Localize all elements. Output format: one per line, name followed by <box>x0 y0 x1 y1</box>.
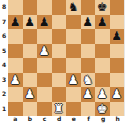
file-label-b: b <box>23 116 38 123</box>
square-g2[interactable]: ♟ <box>95 87 110 102</box>
square-d2[interactable] <box>52 87 67 102</box>
white-rook[interactable]: ♜ <box>53 103 64 115</box>
square-c2[interactable] <box>37 87 52 102</box>
square-a8[interactable] <box>8 0 23 15</box>
square-h8[interactable] <box>110 0 125 15</box>
square-f7[interactable]: ♟ <box>81 15 96 30</box>
square-a3[interactable]: ♟ <box>8 73 23 88</box>
square-c4[interactable] <box>37 58 52 73</box>
square-f8[interactable] <box>81 0 96 15</box>
white-king[interactable]: ♚ <box>97 103 108 115</box>
black-pawn[interactable]: ♟ <box>97 16 108 28</box>
file-label-f: f <box>81 116 96 123</box>
chess-board: ♞♚♟♟♟♟♟♟♟♟♟♞♟♟♟♟♜♚ <box>8 0 125 116</box>
black-king[interactable]: ♚ <box>97 1 108 13</box>
square-c1[interactable] <box>37 102 52 117</box>
square-f6[interactable] <box>81 29 96 44</box>
square-d1[interactable]: ♜ <box>52 102 67 117</box>
square-d4[interactable] <box>52 58 67 73</box>
square-e4[interactable] <box>66 58 81 73</box>
square-h1[interactable] <box>110 102 125 117</box>
square-a7[interactable]: ♟ <box>8 15 23 30</box>
square-f2[interactable]: ♟ <box>81 87 96 102</box>
square-b3[interactable] <box>23 73 38 88</box>
white-pawn[interactable]: ♟ <box>111 88 122 100</box>
white-pawn[interactable]: ♟ <box>82 88 93 100</box>
square-h3[interactable] <box>110 73 125 88</box>
file-label-e: e <box>67 116 82 123</box>
square-a2[interactable] <box>8 87 23 102</box>
square-e5[interactable] <box>66 44 81 59</box>
square-g4[interactable] <box>95 58 110 73</box>
rank-label-2: 2 <box>0 87 8 102</box>
square-f5[interactable] <box>81 44 96 59</box>
white-pawn[interactable]: ♟ <box>24 88 35 100</box>
file-label-c: c <box>37 116 52 123</box>
square-h2[interactable]: ♟ <box>110 87 125 102</box>
square-d3[interactable] <box>52 73 67 88</box>
file-label-d: d <box>52 116 67 123</box>
square-h4[interactable] <box>110 58 125 73</box>
square-b5[interactable] <box>23 44 38 59</box>
rank-label-3: 3 <box>0 73 8 88</box>
black-pawn[interactable]: ♟ <box>39 16 50 28</box>
square-f1[interactable] <box>81 102 96 117</box>
square-f4[interactable] <box>81 58 96 73</box>
square-e8[interactable]: ♞ <box>66 0 81 15</box>
file-label-h: h <box>110 116 125 123</box>
square-g5[interactable] <box>95 44 110 59</box>
square-b4[interactable] <box>23 58 38 73</box>
square-c6[interactable] <box>37 29 52 44</box>
black-pawn[interactable]: ♟ <box>111 30 122 42</box>
square-g8[interactable]: ♚ <box>95 0 110 15</box>
square-h6[interactable]: ♟ <box>110 29 125 44</box>
white-pawn[interactable]: ♟ <box>97 88 108 100</box>
rank-label-1: 1 <box>0 102 8 117</box>
square-c7[interactable]: ♟ <box>37 15 52 30</box>
file-label-a: a <box>8 116 23 123</box>
square-d5[interactable] <box>52 44 67 59</box>
black-pawn[interactable]: ♟ <box>82 16 93 28</box>
white-pawn[interactable]: ♟ <box>68 74 79 86</box>
square-a6[interactable] <box>8 29 23 44</box>
square-g1[interactable]: ♚ <box>95 102 110 117</box>
black-pawn[interactable]: ♟ <box>10 16 21 28</box>
square-e7[interactable] <box>66 15 81 30</box>
square-h5[interactable] <box>110 44 125 59</box>
square-g3[interactable] <box>95 73 110 88</box>
square-b6[interactable] <box>23 29 38 44</box>
square-e6[interactable] <box>66 29 81 44</box>
rank-labels: 87654321 <box>0 0 8 116</box>
square-e3[interactable]: ♟ <box>66 73 81 88</box>
white-pawn[interactable]: ♟ <box>39 45 50 57</box>
square-h7[interactable] <box>110 15 125 30</box>
square-c3[interactable] <box>37 73 52 88</box>
square-d8[interactable] <box>52 0 67 15</box>
black-knight[interactable]: ♞ <box>68 1 79 13</box>
square-a4[interactable] <box>8 58 23 73</box>
square-b7[interactable]: ♟ <box>23 15 38 30</box>
rank-label-6: 6 <box>0 29 8 44</box>
square-f3[interactable]: ♞ <box>81 73 96 88</box>
rank-label-8: 8 <box>0 0 8 15</box>
chess-diagram: 87654321 ♞♚♟♟♟♟♟♟♟♟♟♞♟♟♟♟♜♚ abcdefgh <box>0 0 125 123</box>
file-labels: abcdefgh <box>8 116 125 123</box>
square-e2[interactable] <box>66 87 81 102</box>
square-d7[interactable] <box>52 15 67 30</box>
white-knight[interactable]: ♞ <box>82 74 93 86</box>
square-a5[interactable] <box>8 44 23 59</box>
rank-label-4: 4 <box>0 58 8 73</box>
file-label-g: g <box>96 116 111 123</box>
square-c8[interactable] <box>37 0 52 15</box>
square-g7[interactable]: ♟ <box>95 15 110 30</box>
square-b1[interactable] <box>23 102 38 117</box>
square-c5[interactable]: ♟ <box>37 44 52 59</box>
square-a1[interactable] <box>8 102 23 117</box>
white-pawn[interactable]: ♟ <box>10 74 21 86</box>
rank-label-7: 7 <box>0 15 8 30</box>
square-e1[interactable] <box>66 102 81 117</box>
square-d6[interactable] <box>52 29 67 44</box>
black-pawn[interactable]: ♟ <box>24 16 35 28</box>
square-b2[interactable]: ♟ <box>23 87 38 102</box>
square-b8[interactable] <box>23 0 38 15</box>
square-g6[interactable] <box>95 29 110 44</box>
rank-label-5: 5 <box>0 44 8 59</box>
